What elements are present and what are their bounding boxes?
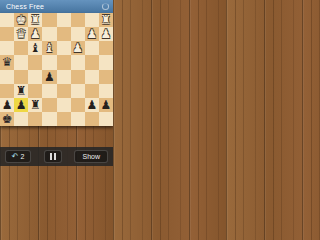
undo-button[interactable]: ↶ 2 [5,150,31,163]
square-f2[interactable]: ♟ [28,27,42,41]
square-g5[interactable] [14,70,28,84]
square-g3[interactable] [14,41,28,55]
square-f1[interactable]: ♜ [28,13,42,27]
square-d1[interactable] [57,13,71,27]
square-g4[interactable] [14,55,28,69]
square-d2[interactable] [57,27,71,41]
square-c6[interactable] [71,84,85,98]
square-a8[interactable] [99,112,113,126]
piece-white-pawn[interactable]: ♟ [28,27,42,41]
square-h7[interactable]: ♟ [0,98,14,112]
square-e7[interactable] [42,98,56,112]
square-f8[interactable] [28,112,42,126]
square-b3[interactable] [85,41,99,55]
show-button[interactable]: Show [74,150,108,163]
piece-white-queen[interactable]: ♛ [14,27,28,41]
square-f4[interactable] [28,55,42,69]
square-c2[interactable] [71,27,85,41]
square-e4[interactable] [42,55,56,69]
square-c4[interactable] [71,55,85,69]
square-b7[interactable]: ♟ [85,98,99,112]
piece-black-queen[interactable]: ♛ [0,55,14,69]
thinking-spinner-icon [102,3,109,10]
pause-button[interactable] [44,150,62,163]
control-bar: ↶ 2 Show [0,147,113,166]
square-b4[interactable] [85,55,99,69]
square-e5[interactable]: ♟ [42,70,56,84]
square-a3[interactable] [99,41,113,55]
square-h2[interactable] [0,27,14,41]
piece-white-king[interactable]: ♚ [14,13,28,27]
undo-arrow-icon: ↶ [12,151,19,162]
square-d8[interactable] [57,112,71,126]
square-d5[interactable] [57,70,71,84]
piece-white-pawn[interactable]: ♟ [85,27,99,41]
piece-white-rook[interactable]: ♜ [28,13,42,27]
square-h3[interactable] [0,41,14,55]
square-a7[interactable]: ♟ [99,98,113,112]
square-a2[interactable]: ♟ [99,27,113,41]
square-a5[interactable] [99,70,113,84]
square-a1[interactable]: ♜ [99,13,113,27]
square-e3[interactable]: ♝ [42,41,56,55]
piece-black-pawn[interactable]: ♟ [14,98,28,112]
square-h8[interactable]: ♚ [0,112,14,126]
square-h1[interactable] [0,13,14,27]
square-c7[interactable] [71,98,85,112]
piece-black-pawn[interactable]: ♟ [99,98,113,112]
square-g7[interactable]: ♟ [14,98,28,112]
show-button-label: Show [82,153,100,160]
piece-black-rook[interactable]: ♜ [28,98,42,112]
pause-icon [50,153,52,160]
square-d4[interactable] [57,55,71,69]
square-d6[interactable] [57,84,71,98]
square-g6[interactable]: ♜ [14,84,28,98]
square-b8[interactable] [85,112,99,126]
square-a6[interactable] [99,84,113,98]
square-g8[interactable] [14,112,28,126]
square-f7[interactable]: ♜ [28,98,42,112]
piece-white-rook[interactable]: ♜ [99,13,113,27]
piece-black-pawn[interactable]: ♟ [85,98,99,112]
chess-board: ♚♜♜♛♟♟♟♝♝♟♛♟♜♟♟♜♟♟♚ [0,13,113,126]
square-e6[interactable] [42,84,56,98]
square-b6[interactable] [85,84,99,98]
app-title: Chess Free [6,0,44,13]
square-b2[interactable]: ♟ [85,27,99,41]
piece-white-pawn[interactable]: ♟ [71,41,85,55]
square-e8[interactable] [42,112,56,126]
title-bar: Chess Free [0,0,113,13]
square-h6[interactable] [0,84,14,98]
square-h4[interactable]: ♛ [0,55,14,69]
undo-count: 2 [20,153,24,160]
square-g2[interactable]: ♛ [14,27,28,41]
square-g1[interactable]: ♚ [14,13,28,27]
square-h5[interactable] [0,70,14,84]
piece-black-rook[interactable]: ♜ [14,84,28,98]
square-c5[interactable] [71,70,85,84]
pause-icon [54,153,56,160]
square-d7[interactable] [57,98,71,112]
piece-white-pawn[interactable]: ♟ [99,27,113,41]
piece-black-bishop[interactable]: ♝ [28,41,42,55]
square-e1[interactable] [42,13,56,27]
square-d3[interactable] [57,41,71,55]
piece-black-pawn[interactable]: ♟ [0,98,14,112]
square-e2[interactable] [42,27,56,41]
square-a4[interactable] [99,55,113,69]
piece-white-bishop[interactable]: ♝ [42,41,56,55]
square-f5[interactable] [28,70,42,84]
piece-black-pawn[interactable]: ♟ [42,70,56,84]
square-c1[interactable] [71,13,85,27]
square-c3[interactable]: ♟ [71,41,85,55]
square-b5[interactable] [85,70,99,84]
piece-black-king[interactable]: ♚ [0,112,14,126]
square-b1[interactable] [85,13,99,27]
square-c8[interactable] [71,112,85,126]
square-f3[interactable]: ♝ [28,41,42,55]
square-f6[interactable] [28,84,42,98]
